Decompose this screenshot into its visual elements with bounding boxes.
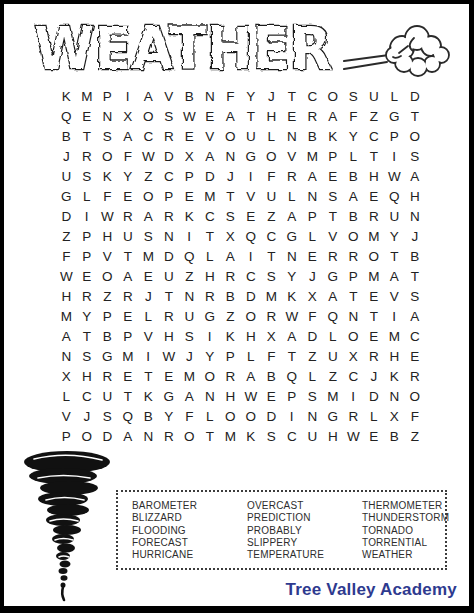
grid-cell[interactable]: Z (97, 287, 118, 307)
grid-cell[interactable]: O (179, 427, 200, 447)
grid-cell[interactable]: Z (220, 307, 241, 327)
grid-cell[interactable]: E (302, 247, 323, 267)
grid-cell[interactable]: M (302, 147, 323, 167)
grid-cell[interactable]: R (77, 147, 98, 167)
grid-cell[interactable]: B (97, 327, 118, 347)
grid-cell[interactable]: V (241, 187, 262, 207)
grid-cell[interactable]: H (384, 347, 405, 367)
grid-cell[interactable]: A (179, 387, 200, 407)
grid-cell[interactable]: D (261, 407, 282, 427)
grid-cell[interactable]: Q (56, 107, 77, 127)
grid-cell[interactable]: F (220, 87, 241, 107)
grid-cell[interactable]: Q (323, 307, 344, 327)
grid-cell[interactable]: S (261, 267, 282, 287)
grid-cell[interactable]: J (77, 407, 98, 427)
grid-cell[interactable]: A (220, 107, 241, 127)
grid-cell[interactable]: U (241, 127, 262, 147)
grid-cell[interactable]: F (261, 167, 282, 187)
grid-cell[interactable]: R (118, 287, 139, 307)
grid-cell[interactable]: D (159, 247, 180, 267)
grid-cell[interactable]: A (282, 327, 303, 347)
grid-cell[interactable]: S (405, 147, 426, 167)
grid-cell[interactable]: W (343, 427, 364, 447)
grid-cell[interactable]: P (97, 87, 118, 107)
grid-cell[interactable]: H (77, 367, 98, 387)
grid-cell[interactable]: Z (179, 267, 200, 287)
grid-cell[interactable]: N (302, 407, 323, 427)
grid-cell[interactable]: H (200, 267, 221, 287)
grid-cell[interactable]: H (220, 387, 241, 407)
grid-cell[interactable]: G (323, 267, 344, 287)
grid-cell[interactable]: F (405, 407, 426, 427)
grid-cell[interactable]: P (159, 187, 180, 207)
grid-cell[interactable]: F (343, 107, 364, 127)
grid-cell[interactable]: L (200, 247, 221, 267)
grid-cell[interactable]: C (302, 87, 323, 107)
grid-cell[interactable]: O (77, 427, 98, 447)
grid-cell[interactable]: P (77, 227, 98, 247)
grid-cell[interactable]: O (241, 307, 262, 327)
grid-cell[interactable]: I (77, 207, 98, 227)
grid-cell[interactable]: K (282, 287, 303, 307)
grid-cell[interactable]: T (220, 187, 241, 207)
grid-cell[interactable]: A (118, 127, 139, 147)
grid-cell[interactable]: A (343, 187, 364, 207)
grid-cell[interactable]: A (405, 307, 426, 327)
grid-cell[interactable]: D (200, 167, 221, 187)
grid-cell[interactable]: V (323, 227, 344, 247)
grid-cell[interactable]: V (138, 327, 159, 347)
grid-cell[interactable]: V (159, 87, 180, 107)
grid-cell[interactable]: O (97, 267, 118, 287)
grid-cell[interactable]: N (200, 87, 221, 107)
grid-cell[interactable]: P (179, 167, 200, 187)
grid-cell[interactable]: W (282, 307, 303, 327)
grid-cell[interactable]: Z (261, 207, 282, 227)
grid-cell[interactable]: B (220, 287, 241, 307)
grid-cell[interactable]: C (159, 167, 180, 187)
grid-cell[interactable]: B (138, 407, 159, 427)
grid-cell[interactable]: L (261, 127, 282, 147)
grid-cell[interactable]: L (364, 407, 385, 427)
grid-cell[interactable]: C (200, 207, 221, 227)
grid-cell[interactable]: O (138, 187, 159, 207)
grid-cell[interactable]: E (364, 287, 385, 307)
grid-cell[interactable]: Q (179, 247, 200, 267)
grid-cell[interactable]: P (56, 427, 77, 447)
grid-cell[interactable]: T (384, 247, 405, 267)
grid-cell[interactable]: A (384, 267, 405, 287)
grid-cell[interactable]: P (220, 347, 241, 367)
grid-cell[interactable]: S (323, 187, 344, 207)
grid-cell[interactable]: N (97, 107, 118, 127)
grid-cell[interactable]: E (364, 327, 385, 347)
grid-cell[interactable]: G (200, 307, 221, 327)
grid-cell[interactable]: R (118, 207, 139, 227)
grid-cell[interactable]: M (179, 367, 200, 387)
grid-cell[interactable]: Z (364, 107, 385, 127)
grid-cell[interactable]: S (77, 167, 98, 187)
grid-cell[interactable]: S (159, 107, 180, 127)
grid-cell[interactable]: C (138, 127, 159, 147)
grid-cell[interactable]: I (200, 327, 221, 347)
grid-cell[interactable]: O (343, 227, 364, 247)
grid-cell[interactable]: J (405, 227, 426, 247)
grid-cell[interactable]: E (138, 267, 159, 287)
grid-cell[interactable]: T (282, 347, 303, 367)
grid-cell[interactable]: Y (77, 307, 98, 327)
grid-cell[interactable]: R (97, 367, 118, 387)
grid-cell[interactable]: P (302, 207, 323, 227)
grid-cell[interactable]: D (97, 427, 118, 447)
grid-cell[interactable]: E (179, 187, 200, 207)
grid-cell[interactable]: E (179, 127, 200, 147)
grid-cell[interactable]: E (77, 267, 98, 287)
grid-cell[interactable]: L (302, 367, 323, 387)
grid-cell[interactable]: O (364, 247, 385, 267)
grid-cell[interactable]: S (302, 387, 323, 407)
grid-cell[interactable]: Q (282, 367, 303, 387)
grid-cell[interactable]: T (405, 107, 426, 127)
grid-cell[interactable]: I (138, 347, 159, 367)
grid-cell[interactable]: D (241, 287, 262, 307)
grid-cell[interactable]: Y (118, 167, 139, 187)
grid-cell[interactable]: N (56, 347, 77, 367)
grid-cell[interactable]: O (405, 127, 426, 147)
grid-cell[interactable]: F (97, 187, 118, 207)
grid-cell[interactable]: H (97, 227, 118, 247)
grid-cell[interactable]: F (302, 307, 323, 327)
grid-cell[interactable]: P (118, 327, 139, 347)
grid-cell[interactable]: O (200, 367, 221, 387)
grid-cell[interactable]: L (77, 187, 98, 207)
grid-cell[interactable]: V (384, 287, 405, 307)
grid-cell[interactable]: M (118, 347, 139, 367)
grid-cell[interactable]: V (200, 127, 221, 147)
grid-cell[interactable]: G (384, 107, 405, 127)
grid-cell[interactable]: U (159, 267, 180, 287)
grid-cell[interactable]: E (282, 107, 303, 127)
grid-cell[interactable]: H (56, 287, 77, 307)
grid-cell[interactable]: A (138, 87, 159, 107)
grid-cell[interactable]: U (384, 207, 405, 227)
grid-cell[interactable]: R (282, 167, 303, 187)
grid-cell[interactable]: O (261, 147, 282, 167)
grid-cell[interactable]: T (138, 367, 159, 387)
grid-cell[interactable]: B (261, 367, 282, 387)
grid-cell[interactable]: H (364, 167, 385, 187)
grid-cell[interactable]: I (343, 387, 364, 407)
grid-cell[interactable]: U (323, 347, 344, 367)
grid-cell[interactable]: T (200, 227, 221, 247)
grid-cell[interactable]: X (302, 287, 323, 307)
grid-cell[interactable]: X (384, 407, 405, 427)
grid-cell[interactable]: M (261, 287, 282, 307)
grid-cell[interactable]: P (77, 247, 98, 267)
grid-cell[interactable]: S (261, 427, 282, 447)
grid-cell[interactable]: M (77, 87, 98, 107)
grid-cell[interactable]: O (220, 127, 241, 147)
grid-cell[interactable]: R (159, 127, 180, 147)
grid-cell[interactable]: V (56, 407, 77, 427)
grid-cell[interactable]: A (323, 107, 344, 127)
grid-cell[interactable]: U (118, 227, 139, 247)
grid-cell[interactable]: V (97, 247, 118, 267)
grid-cell[interactable]: M (220, 427, 241, 447)
grid-cell[interactable]: G (97, 347, 118, 367)
grid-cell[interactable]: F (261, 347, 282, 367)
grid-cell[interactable]: E (118, 307, 139, 327)
grid-cell[interactable]: V (282, 147, 303, 167)
grid-cell[interactable]: L (282, 187, 303, 207)
grid-cell[interactable]: L (384, 87, 405, 107)
grid-cell[interactable]: N (220, 147, 241, 167)
grid-cell[interactable]: Z (138, 167, 159, 187)
grid-cell[interactable]: A (138, 207, 159, 227)
grid-cell[interactable]: J (138, 287, 159, 307)
grid-cell[interactable]: N (159, 227, 180, 247)
grid-cell[interactable]: G (159, 387, 180, 407)
grid-cell[interactable]: Q (241, 227, 262, 247)
grid-cell[interactable]: W (241, 387, 262, 407)
grid-cell[interactable]: T (77, 127, 98, 147)
grid-cell[interactable]: U (56, 167, 77, 187)
grid-cell[interactable]: H (261, 107, 282, 127)
grid-cell[interactable]: R (343, 407, 364, 427)
grid-cell[interactable]: K (384, 367, 405, 387)
grid-cell[interactable]: K (241, 427, 262, 447)
grid-cell[interactable]: A (200, 147, 221, 167)
grid-cell[interactable]: H (405, 187, 426, 207)
grid-cell[interactable]: U (261, 187, 282, 207)
grid-cell[interactable]: U (179, 307, 200, 327)
grid-cell[interactable]: I (118, 87, 139, 107)
grid-cell[interactable]: T (118, 247, 139, 267)
grid-cell[interactable]: F (179, 407, 200, 427)
grid-cell[interactable]: O (323, 87, 344, 107)
grid-cell[interactable]: K (138, 387, 159, 407)
grid-cell[interactable]: S (77, 347, 98, 367)
grid-cell[interactable]: R (261, 307, 282, 327)
grid-cell[interactable]: X (343, 347, 364, 367)
grid-cell[interactable]: F (118, 147, 139, 167)
grid-cell[interactable]: H (241, 327, 262, 347)
grid-cell[interactable]: J (220, 167, 241, 187)
grid-cell[interactable]: K (220, 327, 241, 347)
grid-cell[interactable]: M (200, 187, 221, 207)
grid-cell[interactable]: X (220, 227, 241, 247)
grid-cell[interactable]: A (118, 267, 139, 287)
grid-cell[interactable]: J (261, 87, 282, 107)
grid-cell[interactable]: T (323, 207, 344, 227)
grid-cell[interactable]: D (364, 387, 385, 407)
grid-cell[interactable]: W (56, 267, 77, 287)
grid-cell[interactable]: G (56, 187, 77, 207)
grid-cell[interactable]: C (364, 127, 385, 147)
grid-cell[interactable]: X (179, 147, 200, 167)
grid-cell[interactable]: C (405, 327, 426, 347)
grid-cell[interactable]: M (364, 227, 385, 247)
grid-cell[interactable]: L (302, 227, 323, 247)
grid-cell[interactable]: R (220, 267, 241, 287)
grid-cell[interactable]: D (302, 327, 323, 347)
grid-cell[interactable]: W (159, 347, 180, 367)
grid-cell[interactable]: S (138, 227, 159, 247)
grid-cell[interactable]: O (241, 407, 262, 427)
grid-cell[interactable]: R (200, 287, 221, 307)
grid-cell[interactable]: W (384, 167, 405, 187)
grid-cell[interactable]: G (282, 227, 303, 247)
grid-cell[interactable]: N (282, 247, 303, 267)
grid-cell[interactable]: S (220, 207, 241, 227)
grid-cell[interactable]: W (179, 107, 200, 127)
grid-cell[interactable]: Y (241, 87, 262, 107)
grid-cell[interactable]: R (364, 207, 385, 227)
grid-cell[interactable]: N (200, 387, 221, 407)
grid-cell[interactable]: E (364, 427, 385, 447)
grid-cell[interactable]: P (282, 387, 303, 407)
grid-cell[interactable]: X (261, 327, 282, 347)
grid-cell[interactable]: D (56, 207, 77, 227)
grid-cell[interactable]: M (56, 307, 77, 327)
grid-cell[interactable]: Y (384, 227, 405, 247)
grid-cell[interactable]: I (384, 307, 405, 327)
grid-cell[interactable]: O (343, 327, 364, 347)
grid-cell[interactable]: S (97, 407, 118, 427)
grid-cell[interactable]: R (159, 307, 180, 327)
grid-cell[interactable]: N (343, 307, 364, 327)
grid-cell[interactable]: S (405, 287, 426, 307)
grid-cell[interactable]: U (97, 387, 118, 407)
grid-cell[interactable]: G (323, 407, 344, 427)
grid-cell[interactable]: S (179, 327, 200, 347)
grid-cell[interactable]: E (261, 387, 282, 407)
grid-cell[interactable]: P (97, 307, 118, 327)
grid-cell[interactable]: A (56, 327, 77, 347)
grid-cell[interactable]: D (159, 147, 180, 167)
grid-cell[interactable]: Q (384, 187, 405, 207)
grid-cell[interactable]: J (302, 267, 323, 287)
grid-cell[interactable]: T (118, 387, 139, 407)
grid-cell[interactable]: J (56, 147, 77, 167)
grid-cell[interactable]: B (343, 207, 364, 227)
grid-cell[interactable]: B (384, 427, 405, 447)
grid-cell[interactable]: E (323, 167, 344, 187)
grid-cell[interactable]: N (384, 387, 405, 407)
grid-cell[interactable]: Z (323, 367, 344, 387)
grid-cell[interactable]: X (56, 367, 77, 387)
grid-cell[interactable]: R (220, 367, 241, 387)
grid-cell[interactable]: O (97, 147, 118, 167)
grid-cell[interactable]: D (405, 87, 426, 107)
grid-cell[interactable]: O (220, 407, 241, 427)
grid-cell[interactable]: K (179, 207, 200, 227)
grid-cell[interactable]: E (405, 347, 426, 367)
grid-cell[interactable]: Y (200, 347, 221, 367)
grid-cell[interactable]: N (302, 187, 323, 207)
grid-cell[interactable]: A (302, 167, 323, 187)
grid-cell[interactable]: Z (302, 347, 323, 367)
grid-cell[interactable]: E (200, 107, 221, 127)
grid-cell[interactable]: Z (56, 227, 77, 247)
grid-cell[interactable]: U (302, 427, 323, 447)
grid-cell[interactable]: T (261, 247, 282, 267)
grid-cell[interactable]: F (56, 247, 77, 267)
grid-cell[interactable]: B (302, 127, 323, 147)
grid-cell[interactable]: S (343, 87, 364, 107)
grid-cell[interactable]: W (138, 147, 159, 167)
grid-cell[interactable]: T (282, 87, 303, 107)
grid-cell[interactable]: I (241, 247, 262, 267)
grid-cell[interactable]: J (364, 367, 385, 387)
grid-cell[interactable]: B (405, 247, 426, 267)
grid-cell[interactable]: B (179, 87, 200, 107)
grid-cell[interactable]: Y (343, 127, 364, 147)
grid-cell[interactable]: R (159, 427, 180, 447)
grid-cell[interactable]: E (241, 207, 262, 227)
grid-cell[interactable]: H (323, 427, 344, 447)
grid-cell[interactable]: B (343, 167, 364, 187)
grid-cell[interactable]: I (241, 167, 262, 187)
grid-cell[interactable]: N (138, 427, 159, 447)
grid-cell[interactable]: C (261, 227, 282, 247)
grid-cell[interactable]: Y (282, 267, 303, 287)
grid-cell[interactable]: C (282, 427, 303, 447)
grid-cell[interactable]: L (323, 327, 344, 347)
grid-cell[interactable]: E (364, 187, 385, 207)
grid-cell[interactable]: E (118, 187, 139, 207)
grid-cell[interactable]: X (118, 107, 139, 127)
grid-cell[interactable]: W (97, 207, 118, 227)
grid-cell[interactable]: N (179, 287, 200, 307)
grid-cell[interactable]: S (97, 127, 118, 147)
grid-cell[interactable]: U (364, 87, 385, 107)
grid-cell[interactable]: L (138, 307, 159, 327)
grid-cell[interactable]: C (77, 387, 98, 407)
grid-cell[interactable]: T (241, 107, 262, 127)
grid-cell[interactable]: E (118, 367, 139, 387)
grid-cell[interactable]: R (343, 247, 364, 267)
grid-cell[interactable]: A (282, 207, 303, 227)
grid-cell[interactable]: N (405, 207, 426, 227)
grid-cell[interactable]: N (282, 127, 303, 147)
grid-cell[interactable]: O (405, 387, 426, 407)
grid-cell[interactable]: L (56, 387, 77, 407)
grid-cell[interactable]: L (241, 347, 262, 367)
grid-cell[interactable]: M (364, 267, 385, 287)
grid-cell[interactable]: J (179, 347, 200, 367)
grid-cell[interactable]: T (405, 267, 426, 287)
grid-cell[interactable]: T (77, 327, 98, 347)
grid-cell[interactable]: C (343, 367, 364, 387)
grid-cell[interactable]: E (77, 107, 98, 127)
grid-cell[interactable]: B (56, 127, 77, 147)
grid-cell[interactable]: E (159, 367, 180, 387)
grid-cell[interactable]: Q (118, 407, 139, 427)
grid-cell[interactable]: M (323, 387, 344, 407)
grid-cell[interactable]: T (200, 427, 221, 447)
grid-cell[interactable]: R (364, 347, 385, 367)
grid-cell[interactable]: I (179, 227, 200, 247)
grid-cell[interactable]: M (384, 327, 405, 347)
grid-cell[interactable]: K (97, 167, 118, 187)
grid-cell[interactable]: I (282, 407, 303, 427)
grid-cell[interactable]: A (405, 167, 426, 187)
grid-cell[interactable]: K (323, 127, 344, 147)
grid-cell[interactable]: L (343, 147, 364, 167)
grid-cell[interactable]: R (159, 207, 180, 227)
grid-cell[interactable]: P (323, 147, 344, 167)
